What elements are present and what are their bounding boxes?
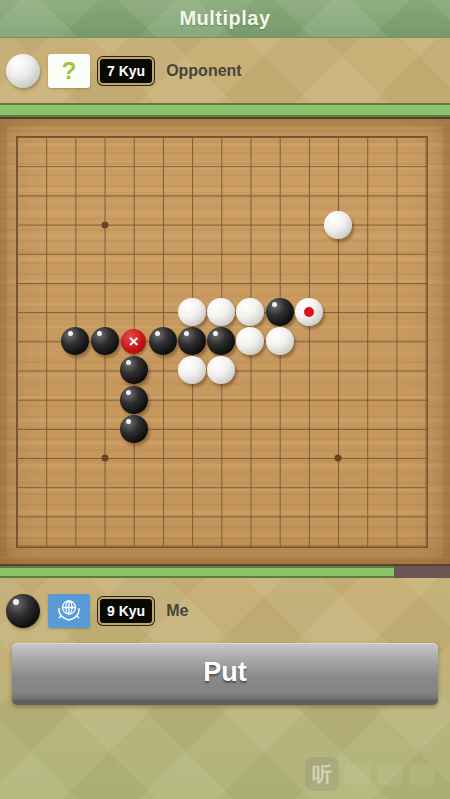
white-stone: [266, 327, 294, 355]
white-stone: [207, 356, 235, 384]
gomoku-board[interactable]: ×: [0, 117, 450, 566]
united-nations-flag-icon: [48, 594, 90, 628]
opponent-rank-badge: 7 Kyu: [98, 57, 154, 85]
black-stone: [266, 298, 294, 326]
last-move-red-dot: [304, 307, 314, 317]
put-button[interactable]: Put: [12, 643, 438, 705]
white-stone: [178, 298, 206, 326]
white-stone: [236, 298, 264, 326]
my-black-stone-avatar: [6, 594, 40, 628]
black-stone: [120, 356, 148, 384]
opponent-unknown-flag: ?: [48, 54, 90, 88]
opponent-white-stone-avatar: [6, 54, 40, 88]
my-timer-bar: [0, 566, 450, 578]
my-name: Me: [166, 602, 188, 620]
black-stone: [207, 327, 235, 355]
watermark-listen-icon: 听: [305, 757, 339, 791]
watermark-faint-glyph: [377, 763, 403, 785]
black-stone: [91, 327, 119, 355]
my-rank-badge: 9 Kyu: [98, 597, 154, 625]
opponent-row: ? 7 Kyu Opponent: [0, 38, 450, 103]
white-stone-last-move: [295, 298, 323, 326]
page-title: Multiplay: [179, 7, 270, 30]
watermark: 听: [305, 757, 435, 791]
title-bar: Multiplay: [0, 0, 450, 38]
white-stone: [178, 356, 206, 384]
my-timer-fill: [0, 566, 394, 578]
forbidden-point-marker: ×: [121, 329, 146, 354]
stone-grid: ×: [2, 122, 440, 560]
question-mark-icon: ?: [62, 57, 77, 85]
opponent-timer-fill: [0, 103, 450, 117]
my-player-row: 9 Kyu Me: [0, 578, 450, 643]
black-stone: [120, 386, 148, 414]
black-stone: [178, 327, 206, 355]
black-stone: [120, 415, 148, 443]
black-stone: [149, 327, 177, 355]
watermark-faint-glyph: [345, 763, 371, 785]
opponent-name: Opponent: [166, 62, 242, 80]
black-stone: [61, 327, 89, 355]
bottom-panel: 9 Kyu Me Put 听: [0, 578, 450, 799]
watermark-faint-glyph: [409, 763, 435, 785]
white-stone: [236, 327, 264, 355]
white-stone: [324, 211, 352, 239]
white-stone: [207, 298, 235, 326]
opponent-timer-bar: [0, 103, 450, 117]
